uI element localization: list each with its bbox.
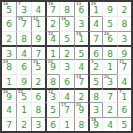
solution-digit: 3 xyxy=(121,33,127,44)
solution-digit: 3 xyxy=(93,104,99,115)
solution-digit: 8 xyxy=(93,91,99,102)
solution-digit: 4 xyxy=(78,61,84,72)
cell-r6c4[interactable]: 8 xyxy=(45,74,59,88)
cell-r4c4[interactable]: 1 xyxy=(45,45,59,59)
cage-sum: 15 xyxy=(33,60,38,64)
cell-r8c7[interactable]: 3 xyxy=(88,102,102,116)
solution-digit: 6 xyxy=(6,18,12,29)
cell-r4c8[interactable]: 8 xyxy=(102,45,116,59)
cage-sum: 7 xyxy=(18,2,21,6)
cage-sum: 3 xyxy=(91,60,94,64)
cage-sum: 17 xyxy=(61,103,66,107)
cage-sum: 12 xyxy=(33,17,38,21)
cell-r1c8[interactable]: 9 xyxy=(102,2,116,16)
solution-digit: 3 xyxy=(35,119,41,130)
solution-digit: 4 xyxy=(21,48,27,59)
solution-digit: 2 xyxy=(107,104,113,115)
cell-r8c1[interactable]: 4 xyxy=(2,102,16,116)
cell-r1c4[interactable]: 157 xyxy=(45,2,59,16)
cell-r5c9[interactable]: 117 xyxy=(117,59,131,73)
cell-r4c6[interactable]: 5 xyxy=(74,45,88,59)
solution-digit: 7 xyxy=(6,119,12,130)
cell-r6c7[interactable]: 5 xyxy=(88,74,102,88)
cell-r9c8[interactable]: 4 xyxy=(102,117,116,131)
solution-digit: 1 xyxy=(121,91,127,102)
cell-r9c2[interactable]: 2 xyxy=(16,117,30,131)
cell-r4c7[interactable]: 6 xyxy=(88,45,102,59)
cell-r7c3[interactable]: 6 xyxy=(31,88,45,102)
cell-r3c4[interactable]: 124 xyxy=(45,31,59,45)
solution-digit: 6 xyxy=(64,76,70,87)
cell-r3c9[interactable]: 3 xyxy=(117,31,131,45)
cell-r1c5[interactable]: 8 xyxy=(59,2,73,16)
cell-r2c9[interactable]: 8 xyxy=(117,16,131,30)
cell-r6c3[interactable]: 2 xyxy=(31,74,45,88)
cage-sum: 22 xyxy=(48,60,53,64)
cell-r6c6[interactable]: 147 xyxy=(74,74,88,88)
cell-r3c1[interactable]: 2 xyxy=(2,31,16,45)
solution-digit: 6 xyxy=(21,61,27,72)
cell-r8c6[interactable]: 209 xyxy=(74,102,88,116)
solution-digit: 5 xyxy=(50,104,56,115)
cell-r9c1[interactable]: 7 xyxy=(2,117,16,131)
cell-r4c1[interactable]: 3 xyxy=(2,45,16,59)
cage-sum: 20 xyxy=(3,90,8,94)
cell-r6c8[interactable]: 203 xyxy=(102,74,116,88)
solution-digit: 3 xyxy=(78,18,84,29)
cage-sum: 13 xyxy=(76,2,81,6)
cell-r7c8[interactable]: 7 xyxy=(102,88,116,102)
cell-r2c1[interactable]: 6 xyxy=(2,16,16,30)
cell-r7c4[interactable]: 123 xyxy=(45,88,59,102)
cell-r7c9[interactable]: 71 xyxy=(117,88,131,102)
cage-sum: 19 xyxy=(76,32,81,36)
cell-r6c2[interactable]: 9 xyxy=(16,74,30,88)
solution-digit: 9 xyxy=(121,48,127,59)
solution-digit: 2 xyxy=(35,76,41,87)
solution-digit: 8 xyxy=(21,33,27,44)
cell-r2c3[interactable]: 121 xyxy=(31,16,45,30)
cell-r5c3[interactable]: 155 xyxy=(31,59,45,73)
solution-digit: 3 xyxy=(21,4,27,15)
solution-digit: 6 xyxy=(121,104,127,115)
cell-r7c1[interactable]: 209 xyxy=(2,88,16,102)
solution-digit: 2 xyxy=(50,18,56,29)
solution-digit: 6 xyxy=(35,91,41,102)
cell-r2c2[interactable]: 197 xyxy=(16,16,30,30)
cell-r8c9[interactable]: 6 xyxy=(117,102,131,116)
cell-r3c7[interactable]: 7 xyxy=(88,31,102,45)
cell-r7c6[interactable]: 2 xyxy=(74,88,88,102)
cell-r5c8[interactable]: 1 xyxy=(102,59,116,73)
cell-r7c2[interactable]: 225 xyxy=(16,88,30,102)
solution-digit: 4 xyxy=(35,4,41,15)
cell-r9c6[interactable]: 8 xyxy=(74,117,88,131)
cell-r3c6[interactable]: 191 xyxy=(74,31,88,45)
cage-sum: 24 xyxy=(3,60,8,64)
cage-sum: 15 xyxy=(48,2,53,6)
solution-digit: 5 xyxy=(121,119,127,130)
cell-r2c7[interactable]: 4 xyxy=(88,16,102,30)
solution-digit: 4 xyxy=(93,18,99,29)
solution-digit: 4 xyxy=(121,76,127,87)
cell-r5c4[interactable]: 229 xyxy=(45,59,59,73)
solution-digit: 4 xyxy=(107,119,113,130)
cell-r5c6[interactable]: 4 xyxy=(74,59,88,73)
cage-sum: 25 xyxy=(91,2,96,6)
solution-digit: 1 xyxy=(6,76,12,87)
cell-r9c7[interactable]: 189 xyxy=(88,117,102,131)
cell-r3c3[interactable]: 9 xyxy=(31,31,45,45)
solution-digit: 1 xyxy=(50,48,56,59)
cage-sum: 14 xyxy=(76,75,81,79)
cage-sum: 12 xyxy=(48,32,53,36)
solution-digit: 2 xyxy=(64,48,70,59)
solution-digit: 5 xyxy=(93,76,99,87)
solution-digit: 2 xyxy=(78,91,84,102)
cell-r1c2[interactable]: 73 xyxy=(16,2,30,16)
solution-digit: 1 xyxy=(107,61,113,72)
cell-r9c3[interactable]: 3 xyxy=(31,117,45,131)
cell-r1c6[interactable]: 136 xyxy=(74,2,88,16)
cage-sum: 16 xyxy=(3,2,8,6)
cell-r8c3[interactable]: 8 xyxy=(31,102,45,116)
solution-digit: 1 xyxy=(64,119,70,130)
cage-sum: 18 xyxy=(91,118,96,122)
cell-r9c4[interactable]: 6 xyxy=(45,117,59,131)
cell-r8c8[interactable]: 2 xyxy=(102,102,116,116)
cage-sum: 26 xyxy=(104,32,109,36)
cell-r3c8[interactable]: 266 xyxy=(102,31,116,45)
cell-r8c2[interactable]: 1 xyxy=(16,102,30,116)
solution-digit: 5 xyxy=(78,48,84,59)
cell-r8c4[interactable]: 5 xyxy=(45,102,59,116)
solution-digit: 8 xyxy=(107,48,113,59)
cell-r6c9[interactable]: 4 xyxy=(117,74,131,88)
solution-digit: 8 xyxy=(121,18,127,29)
cage-sum: 16 xyxy=(61,17,66,21)
cage-sum: 22 xyxy=(18,90,23,94)
solution-digit: 4 xyxy=(6,104,12,115)
solution-digit: 8 xyxy=(35,104,41,115)
solution-digit: 2 xyxy=(21,119,27,130)
solution-digit: 9 xyxy=(21,76,27,87)
cell-r1c1[interactable]: 165 xyxy=(2,2,16,16)
cell-r2c5[interactable]: 169 xyxy=(59,16,73,30)
solution-digit: 9 xyxy=(35,33,41,44)
cell-r4c3[interactable]: 7 xyxy=(31,45,45,59)
cage-sum: 20 xyxy=(76,103,81,107)
cell-r4c5[interactable]: 2 xyxy=(59,45,73,59)
cell-r6c5[interactable]: 6 xyxy=(59,74,73,88)
solution-digit: 7 xyxy=(107,91,113,102)
cell-r5c7[interactable]: 32 xyxy=(88,59,102,73)
cell-r8c5[interactable]: 177 xyxy=(59,102,73,116)
solution-digit: 2 xyxy=(6,33,12,44)
cell-r7c7[interactable]: 8 xyxy=(88,88,102,102)
solution-digit: 8 xyxy=(50,76,56,87)
cell-r5c1[interactable]: 248 xyxy=(2,59,16,73)
cell-r1c3[interactable]: 4 xyxy=(31,2,45,16)
solution-digit: 8 xyxy=(64,4,70,15)
cell-r7c5[interactable]: 4 xyxy=(59,88,73,102)
cage-sum: 12 xyxy=(48,90,53,94)
solution-digit: 4 xyxy=(64,91,70,102)
cell-r6c1[interactable]: 1 xyxy=(2,74,16,88)
cell-r9c5[interactable]: 1 xyxy=(59,117,73,131)
cage-sum: 11 xyxy=(119,60,124,64)
cell-r4c2[interactable]: 4 xyxy=(16,45,30,59)
solution-digit: 2 xyxy=(93,61,99,72)
solution-digit: 7 xyxy=(35,48,41,59)
solution-digit: 8 xyxy=(78,119,84,130)
cell-r2c4[interactable]: 2 xyxy=(45,16,59,30)
killer-sudoku-board: 1657341578136251926197121216934582891245… xyxy=(0,0,133,133)
cage-sum: 19 xyxy=(18,17,23,21)
solution-digit: 1 xyxy=(21,104,27,115)
cell-r4c9[interactable]: 9 xyxy=(117,45,131,59)
cell-r2c6[interactable]: 3 xyxy=(74,16,88,30)
cell-r5c2[interactable]: 6 xyxy=(16,59,30,73)
solution-digit: 6 xyxy=(93,48,99,59)
cell-r5c5[interactable]: 3 xyxy=(59,59,73,73)
cell-r3c2[interactable]: 8 xyxy=(16,31,30,45)
cell-r2c8[interactable]: 5 xyxy=(102,16,116,30)
solution-digit: 3 xyxy=(6,48,12,59)
cage-sum: 7 xyxy=(119,90,122,94)
killer-sudoku-app: 1657341578136251926197121216934582891245… xyxy=(0,0,133,133)
cage-sum: 20 xyxy=(104,75,109,79)
solution-digit: 5 xyxy=(107,18,113,29)
cell-r9c9[interactable]: 5 xyxy=(117,117,131,131)
solution-digit: 9 xyxy=(107,4,113,15)
solution-digit: 6 xyxy=(50,119,56,130)
solution-digit: 5 xyxy=(64,33,70,44)
solution-digit: 7 xyxy=(93,33,99,44)
cell-r3c5[interactable]: 5 xyxy=(59,31,73,45)
cell-r1c7[interactable]: 251 xyxy=(88,2,102,16)
cell-r1c9[interactable]: 2 xyxy=(117,2,131,16)
solution-digit: 2 xyxy=(121,4,127,15)
solution-digit: 3 xyxy=(64,61,70,72)
